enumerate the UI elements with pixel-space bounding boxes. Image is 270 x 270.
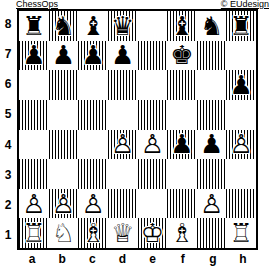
rank-label-4: 4: [0, 130, 16, 160]
square-c4[interactable]: [78, 130, 108, 160]
square-g2[interactable]: ♟♙: [197, 189, 227, 219]
square-c6[interactable]: [78, 70, 108, 100]
file-label-d: d: [107, 252, 137, 266]
white-king-icon: ♚♔: [138, 218, 168, 248]
chess-board: ♜♞♝♛♝♞♜♟♟♟♟♚♟♟♙♟♙♟♟♟♙♟♙♟♙♟♙♟♙♜♖♞♘♝♗♛♕♚♔♝…: [17, 9, 258, 250]
square-c5[interactable]: [78, 100, 108, 130]
square-c3[interactable]: [78, 159, 108, 189]
square-h4[interactable]: ♟♙: [226, 130, 256, 160]
square-f7[interactable]: ♚: [167, 41, 197, 71]
rank-label-5: 5: [0, 99, 16, 129]
file-label-e: e: [138, 252, 168, 266]
square-d8[interactable]: ♛: [108, 11, 138, 41]
square-g3[interactable]: [197, 159, 227, 189]
black-pawn-icon: ♟: [78, 41, 108, 71]
black-knight-icon: ♞: [197, 11, 227, 41]
white-pawn-icon: ♟♙: [197, 189, 227, 219]
black-pawn-icon: ♟: [226, 70, 256, 100]
square-d5[interactable]: [108, 100, 138, 130]
white-pawn-icon: ♟♙: [49, 189, 79, 219]
white-pawn-icon: ♟♙: [78, 189, 108, 219]
square-f8[interactable]: ♝: [167, 11, 197, 41]
square-h8[interactable]: ♜: [226, 11, 256, 41]
square-c1[interactable]: ♝♗: [78, 218, 108, 248]
square-b1[interactable]: ♞♘: [49, 218, 79, 248]
square-e6[interactable]: [138, 70, 168, 100]
square-a6[interactable]: [19, 70, 49, 100]
black-pawn-icon: ♟: [108, 41, 138, 71]
file-label-c: c: [77, 252, 107, 266]
white-pawn-icon: ♟♙: [108, 130, 138, 160]
rank-label-1: 1: [0, 220, 16, 250]
square-f1[interactable]: ♝♗: [167, 218, 197, 248]
square-g4[interactable]: ♟: [197, 130, 227, 160]
square-f3[interactable]: [167, 159, 197, 189]
square-e3[interactable]: [138, 159, 168, 189]
square-a8[interactable]: ♜: [19, 11, 49, 41]
square-a3[interactable]: [19, 159, 49, 189]
black-king-icon: ♚: [167, 41, 197, 71]
black-pawn-icon: ♟: [49, 41, 79, 71]
square-d6[interactable]: [108, 70, 138, 100]
square-h6[interactable]: ♟: [226, 70, 256, 100]
square-d2[interactable]: [108, 189, 138, 219]
square-a4[interactable]: [19, 130, 49, 160]
white-pawn-icon: ♟♙: [226, 130, 256, 160]
white-rook-icon: ♜♖: [19, 218, 49, 248]
white-queen-icon: ♛♕: [108, 218, 138, 248]
black-bishop-icon: ♝: [78, 11, 108, 41]
square-h2[interactable]: [226, 189, 256, 219]
file-labels: abcdefgh: [17, 252, 258, 266]
file-label-g: g: [198, 252, 228, 266]
black-pawn-icon: ♟: [19, 41, 49, 71]
square-b4[interactable]: [49, 130, 79, 160]
square-g6[interactable]: [197, 70, 227, 100]
square-d1[interactable]: ♛♕: [108, 218, 138, 248]
rank-labels: 87654321: [0, 9, 16, 250]
square-h3[interactable]: [226, 159, 256, 189]
square-g8[interactable]: ♞: [197, 11, 227, 41]
square-f4[interactable]: ♟: [167, 130, 197, 160]
black-bishop-icon: ♝: [167, 11, 197, 41]
square-h5[interactable]: [226, 100, 256, 130]
credit-link[interactable]: © EUdesign: [221, 0, 269, 9]
file-label-f: f: [168, 252, 198, 266]
square-b5[interactable]: [49, 100, 79, 130]
square-e2[interactable]: [138, 189, 168, 219]
square-e7[interactable]: [138, 41, 168, 71]
square-e1[interactable]: ♚♔: [138, 218, 168, 248]
white-knight-icon: ♞♘: [49, 218, 79, 248]
square-b2[interactable]: ♟♙: [49, 189, 79, 219]
square-e8[interactable]: [138, 11, 168, 41]
square-g7[interactable]: [197, 41, 227, 71]
black-pawn-icon: ♟: [197, 130, 227, 160]
square-g1[interactable]: [197, 218, 227, 248]
square-b6[interactable]: [49, 70, 79, 100]
square-e4[interactable]: ♟♙: [138, 130, 168, 160]
square-b7[interactable]: ♟: [49, 41, 79, 71]
black-rook-icon: ♜: [19, 11, 49, 41]
rank-label-7: 7: [0, 39, 16, 69]
square-g5[interactable]: [197, 100, 227, 130]
chess-diagram-page: ChessOps © EUdesign 87654321 ♜♞♝♛♝♞♜♟♟♟♟…: [0, 0, 270, 270]
white-pawn-icon: ♟♙: [19, 189, 49, 219]
black-queen-icon: ♛: [108, 11, 138, 41]
rank-label-8: 8: [0, 9, 16, 39]
square-d7[interactable]: ♟: [108, 41, 138, 71]
square-d3[interactable]: [108, 159, 138, 189]
square-a1[interactable]: ♜♖: [19, 218, 49, 248]
square-b3[interactable]: [49, 159, 79, 189]
square-c7[interactable]: ♟: [78, 41, 108, 71]
app-title-link[interactable]: ChessOps: [16, 0, 58, 9]
square-f5[interactable]: [167, 100, 197, 130]
square-b8[interactable]: ♞: [49, 11, 79, 41]
square-c8[interactable]: ♝: [78, 11, 108, 41]
square-f6[interactable]: [167, 70, 197, 100]
black-knight-icon: ♞: [49, 11, 79, 41]
rank-label-3: 3: [0, 160, 16, 190]
white-bishop-icon: ♝♗: [167, 218, 197, 248]
square-h7[interactable]: [226, 41, 256, 71]
black-pawn-icon: ♟: [167, 130, 197, 160]
square-d4[interactable]: ♟♙: [108, 130, 138, 160]
square-a7[interactable]: ♟: [19, 41, 49, 71]
square-e5[interactable]: [138, 100, 168, 130]
white-bishop-icon: ♝♗: [78, 218, 108, 248]
square-a2[interactable]: ♟♙: [19, 189, 49, 219]
white-pawn-icon: ♟♙: [138, 130, 168, 160]
square-f2[interactable]: [167, 189, 197, 219]
square-h1[interactable]: ♜♖: [226, 218, 256, 248]
white-rook-icon: ♜♖: [226, 218, 256, 248]
black-rook-icon: ♜: [226, 11, 256, 41]
square-c2[interactable]: ♟♙: [78, 189, 108, 219]
square-a5[interactable]: [19, 100, 49, 130]
file-label-h: h: [228, 252, 258, 266]
file-label-b: b: [47, 252, 77, 266]
rank-label-6: 6: [0, 69, 16, 99]
file-label-a: a: [17, 252, 47, 266]
rank-label-2: 2: [0, 190, 16, 220]
